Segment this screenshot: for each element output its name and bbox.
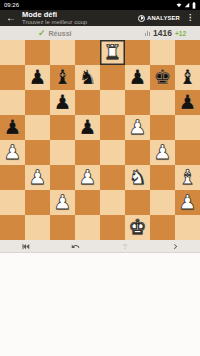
square-d1[interactable] (75, 215, 100, 240)
kebab-icon: ⋮ (186, 13, 194, 22)
status-icons (176, 2, 196, 9)
square-b2[interactable] (25, 190, 50, 215)
overflow-menu-button[interactable]: ⋮ (186, 10, 194, 26)
rating-group: 1416 +12 (145, 28, 186, 38)
white-pawn: ♟ (25, 165, 50, 190)
square-a2[interactable] (0, 190, 25, 215)
square-a4[interactable]: ♟ (0, 140, 25, 165)
square-e6[interactable] (100, 90, 125, 115)
square-g5[interactable] (150, 115, 175, 140)
square-e4[interactable] (100, 140, 125, 165)
black-pawn: ♟ (50, 90, 75, 115)
status-bar: 09:26 (0, 0, 200, 10)
chevron-right-icon (171, 242, 180, 251)
white-knight: ♞ (125, 165, 150, 190)
square-e3[interactable] (100, 165, 125, 190)
hint-question-icon: ? (123, 240, 128, 253)
black-pawn: ♟ (125, 65, 150, 90)
square-h6[interactable]: ♟ (175, 90, 200, 115)
result-label: Réussi (49, 30, 72, 37)
square-c2[interactable]: ♟ (50, 190, 75, 215)
square-c8[interactable] (50, 40, 75, 65)
square-f5[interactable]: ♟ (125, 115, 150, 140)
square-b4[interactable] (25, 140, 50, 165)
square-e5[interactable] (100, 115, 125, 140)
analyze-label: ANALYSER (147, 15, 180, 21)
page-title: Mode défi (22, 10, 138, 19)
square-b8[interactable] (25, 40, 50, 65)
square-a5[interactable]: ♟ (0, 115, 25, 140)
white-king: ♚ (125, 215, 150, 240)
square-c6[interactable]: ♟ (50, 90, 75, 115)
black-bishop: ♝ (175, 65, 200, 90)
square-f6[interactable] (125, 90, 150, 115)
puzzle-toolbar: ? (0, 240, 200, 253)
puzzle-result-bar: ✓ Réussi 1416 +12 (0, 26, 200, 40)
signal-icon (184, 2, 190, 8)
white-pawn: ♟ (50, 190, 75, 215)
black-pawn: ♟ (0, 115, 25, 140)
square-b1[interactable] (25, 215, 50, 240)
square-g7[interactable]: ♚ (150, 65, 175, 90)
square-g4[interactable]: ♟ (150, 140, 175, 165)
square-e8[interactable]: ♜ (100, 40, 125, 65)
square-f8[interactable] (125, 40, 150, 65)
square-c3[interactable] (50, 165, 75, 190)
app-screen: 09:26 ← Mode défi Trouvez le meilleur co… (0, 0, 200, 356)
back-arrow-icon: ← (6, 12, 16, 23)
white-bishop: ♝ (175, 165, 200, 190)
check-icon: ✓ (38, 26, 46, 40)
black-pawn: ♟ (175, 90, 200, 115)
square-f2[interactable] (125, 190, 150, 215)
square-h4[interactable] (175, 140, 200, 165)
square-h5[interactable] (175, 115, 200, 140)
result-group: ✓ Réussi (38, 26, 72, 40)
square-a8[interactable] (0, 40, 25, 65)
white-pawn: ♟ (175, 190, 200, 215)
analyze-button[interactable]: ANALYSER (138, 15, 180, 22)
square-a1[interactable] (0, 215, 25, 240)
chess-board[interactable]: ♜♟♝♞♟♚♝♟♟♟♟♟♟♟♟♟♞♝♟♟♚ (0, 40, 200, 240)
square-f3[interactable]: ♞ (125, 165, 150, 190)
black-king: ♚ (150, 65, 175, 90)
square-d6[interactable] (75, 90, 100, 115)
battery-icon (192, 2, 196, 9)
square-d7[interactable]: ♞ (75, 65, 100, 90)
square-h7[interactable]: ♝ (175, 65, 200, 90)
square-d4[interactable] (75, 140, 100, 165)
white-pawn: ♟ (75, 165, 100, 190)
square-h1[interactable] (175, 215, 200, 240)
square-g6[interactable] (150, 90, 175, 115)
undo-move-button[interactable] (65, 240, 85, 253)
square-d8[interactable] (75, 40, 100, 65)
play-circle-icon (138, 15, 145, 22)
square-g2[interactable] (150, 190, 175, 215)
clock-text: 09:26 (4, 0, 19, 10)
square-b7[interactable]: ♟ (25, 65, 50, 90)
square-h2[interactable]: ♟ (175, 190, 200, 215)
black-pawn: ♟ (75, 115, 100, 140)
black-knight: ♞ (75, 65, 100, 90)
square-e1[interactable] (100, 215, 125, 240)
square-f1[interactable]: ♚ (125, 215, 150, 240)
skip-to-start-icon (21, 242, 30, 251)
hint-button[interactable]: ? (115, 240, 135, 253)
page-subtitle: Trouvez le meilleur coup (22, 19, 138, 26)
square-g1[interactable] (150, 215, 175, 240)
square-h3[interactable]: ♝ (175, 165, 200, 190)
black-pawn: ♟ (25, 65, 50, 90)
white-rook: ♜ (100, 40, 125, 65)
square-f4[interactable] (125, 140, 150, 165)
square-c1[interactable] (50, 215, 75, 240)
app-bar: ← Mode défi Trouvez le meilleur coup ANA… (0, 10, 200, 26)
square-f7[interactable]: ♟ (125, 65, 150, 90)
back-button[interactable]: ← (6, 10, 18, 26)
square-b3[interactable]: ♟ (25, 165, 50, 190)
square-g8[interactable] (150, 40, 175, 65)
square-e2[interactable] (100, 190, 125, 215)
white-pawn: ♟ (125, 115, 150, 140)
square-b6[interactable] (25, 90, 50, 115)
square-a3[interactable] (0, 165, 25, 190)
next-puzzle-button[interactable] (165, 240, 185, 253)
square-c5[interactable] (50, 115, 75, 140)
square-h8[interactable] (175, 40, 200, 65)
black-bishop: ♝ (50, 65, 75, 90)
rating-value: 1416 (153, 28, 172, 38)
square-a7[interactable] (0, 65, 25, 90)
title-block: Mode défi Trouvez le meilleur coup (22, 10, 138, 26)
square-d3[interactable]: ♟ (75, 165, 100, 190)
rating-chart-icon (145, 30, 151, 36)
white-pawn: ♟ (150, 140, 175, 165)
rating-delta: +12 (175, 30, 186, 37)
square-a6[interactable] (0, 90, 25, 115)
square-b5[interactable] (25, 115, 50, 140)
square-c7[interactable]: ♝ (50, 65, 75, 90)
square-c4[interactable] (50, 140, 75, 165)
square-d5[interactable]: ♟ (75, 115, 100, 140)
square-d2[interactable] (75, 190, 100, 215)
skip-to-start-button[interactable] (15, 240, 35, 253)
undo-icon (71, 242, 80, 251)
bottom-empty-area (0, 253, 200, 356)
square-g3[interactable] (150, 165, 175, 190)
white-pawn: ♟ (0, 140, 25, 165)
wifi-icon (176, 2, 182, 8)
square-e7[interactable] (100, 65, 125, 90)
